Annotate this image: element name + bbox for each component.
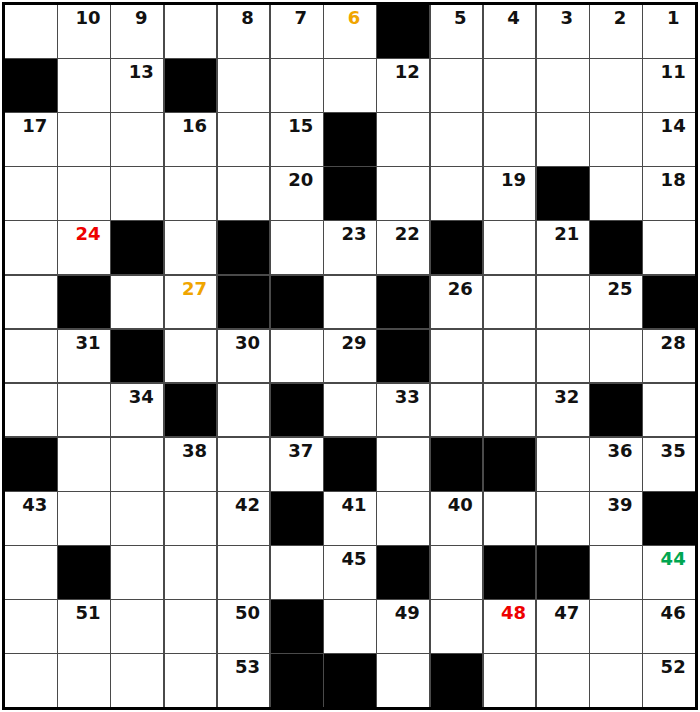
cell-r8c5[interactable]	[218, 384, 270, 437]
cell-r12c13[interactable]: 46	[643, 600, 695, 653]
clue-number-34: 34	[115, 386, 167, 407]
block-cell-r7c3	[111, 330, 163, 383]
clue-number-9: 9	[115, 7, 167, 28]
clue-number-18: 18	[647, 169, 699, 190]
cell-r9c13[interactable]: 35	[643, 438, 695, 491]
cell-r6c3[interactable]	[111, 276, 163, 329]
clue-number-12: 12	[381, 61, 433, 82]
clue-number-28: 28	[647, 332, 699, 353]
cell-r7c13[interactable]: 28	[643, 330, 695, 383]
cell-r2c5[interactable]	[218, 59, 270, 112]
block-cell-r12c6	[271, 600, 323, 653]
clue-number-27: 27	[169, 278, 221, 299]
cell-r4c3[interactable]	[111, 167, 163, 220]
cell-r3c9[interactable]	[431, 113, 483, 166]
cell-r6c7[interactable]	[324, 276, 376, 329]
clue-number-5: 5	[435, 7, 487, 28]
cell-r11c13[interactable]: 44	[643, 546, 695, 599]
cell-r1c5[interactable]: 8	[218, 5, 270, 58]
block-cell-r11c11	[537, 546, 589, 599]
cell-r5c7[interactable]: 23	[324, 221, 376, 274]
clue-number-23: 23	[328, 223, 380, 244]
cell-r13c13[interactable]: 52	[643, 654, 695, 707]
cell-r2c11[interactable]	[537, 59, 589, 112]
cell-r10c8[interactable]	[377, 492, 429, 545]
block-cell-r2c1	[5, 59, 57, 112]
block-cell-r6c2	[58, 276, 110, 329]
clue-number-30: 30	[222, 332, 274, 353]
cell-r9c2[interactable]	[58, 438, 110, 491]
clue-number-1: 1	[647, 7, 699, 28]
cell-r5c2[interactable]: 24	[58, 221, 110, 274]
cell-r7c5[interactable]: 30	[218, 330, 270, 383]
cell-r5c1[interactable]	[5, 221, 57, 274]
clue-number-49: 49	[381, 602, 433, 623]
cell-r5c4[interactable]	[165, 221, 217, 274]
cell-r5c8[interactable]: 22	[377, 221, 429, 274]
cell-r8c3[interactable]: 34	[111, 384, 163, 437]
clue-number-6: 6	[328, 7, 380, 28]
clue-number-3: 3	[541, 7, 593, 28]
cell-r7c6[interactable]	[271, 330, 323, 383]
cell-r4c4[interactable]	[165, 167, 217, 220]
cell-r11c6[interactable]	[271, 546, 323, 599]
clue-number-48: 48	[488, 602, 540, 623]
clue-number-10: 10	[62, 7, 114, 28]
block-cell-r2c4	[165, 59, 217, 112]
clue-number-47: 47	[541, 602, 593, 623]
block-cell-r13c6	[271, 654, 323, 707]
cell-r11c7[interactable]: 45	[324, 546, 376, 599]
cell-r9c11[interactable]	[537, 438, 589, 491]
cell-r7c1[interactable]	[5, 330, 57, 383]
cell-r12c8[interactable]: 49	[377, 600, 429, 653]
block-cell-r11c2	[58, 546, 110, 599]
clue-number-41: 41	[328, 494, 380, 515]
cell-r12c10[interactable]: 48	[484, 600, 536, 653]
cell-r12c1[interactable]	[5, 600, 57, 653]
clue-number-50: 50	[222, 602, 274, 623]
clue-number-13: 13	[115, 61, 167, 82]
block-cell-r8c4	[165, 384, 217, 437]
cell-r4c13[interactable]: 18	[643, 167, 695, 220]
cell-r2c8[interactable]: 12	[377, 59, 429, 112]
cell-r13c8[interactable]	[377, 654, 429, 707]
cell-r7c2[interactable]: 31	[58, 330, 110, 383]
block-cell-r6c5	[218, 276, 270, 329]
cell-r5c13[interactable]	[643, 221, 695, 274]
cell-r11c4[interactable]	[165, 546, 217, 599]
cell-r4c12[interactable]	[590, 167, 642, 220]
cell-r7c11[interactable]	[537, 330, 589, 383]
cell-r7c7[interactable]: 29	[324, 330, 376, 383]
block-cell-r5c5	[218, 221, 270, 274]
cell-r10c9[interactable]: 40	[431, 492, 483, 545]
cell-r4c2[interactable]	[58, 167, 110, 220]
block-cell-r3c7	[324, 113, 376, 166]
block-cell-r9c1	[5, 438, 57, 491]
clue-number-14: 14	[647, 115, 699, 136]
cell-r9c12[interactable]: 36	[590, 438, 642, 491]
cell-r3c13[interactable]: 14	[643, 113, 695, 166]
cell-r4c10[interactable]: 19	[484, 167, 536, 220]
cell-r6c11[interactable]	[537, 276, 589, 329]
cell-r2c12[interactable]	[590, 59, 642, 112]
clue-number-21: 21	[541, 223, 593, 244]
cell-r4c1[interactable]	[5, 167, 57, 220]
cell-r8c10[interactable]	[484, 384, 536, 437]
cell-r10c5[interactable]: 42	[218, 492, 270, 545]
block-cell-r13c9	[431, 654, 483, 707]
clue-number-11: 11	[647, 61, 699, 82]
cell-r13c11[interactable]	[537, 654, 589, 707]
clue-number-31: 31	[62, 332, 114, 353]
cell-r1c4[interactable]	[165, 5, 217, 58]
clue-number-33: 33	[381, 386, 433, 407]
clue-number-45: 45	[328, 548, 380, 569]
clue-number-25: 25	[594, 278, 646, 299]
cell-r11c5[interactable]	[218, 546, 270, 599]
clue-number-24: 24	[62, 223, 114, 244]
block-cell-r5c9	[431, 221, 483, 274]
block-cell-r5c12	[590, 221, 642, 274]
crossword-board: 1098765432113121117161514201918242322212…	[2, 2, 698, 710]
cell-r1c13[interactable]: 1	[643, 5, 695, 58]
cell-r8c11[interactable]: 32	[537, 384, 589, 437]
cell-r9c8[interactable]	[377, 438, 429, 491]
cell-r13c1[interactable]	[5, 654, 57, 707]
cell-r11c12[interactable]	[590, 546, 642, 599]
cell-r13c5[interactable]: 53	[218, 654, 270, 707]
cell-r8c1[interactable]	[5, 384, 57, 437]
clue-number-26: 26	[435, 278, 487, 299]
block-cell-r4c7	[324, 167, 376, 220]
cell-r6c10[interactable]	[484, 276, 536, 329]
clue-number-36: 36	[594, 440, 646, 461]
cell-r3c1[interactable]: 17	[5, 113, 57, 166]
cell-r3c6[interactable]: 15	[271, 113, 323, 166]
clue-number-51: 51	[62, 602, 114, 623]
cell-r12c9[interactable]	[431, 600, 483, 653]
cell-r10c12[interactable]: 39	[590, 492, 642, 545]
clue-number-46: 46	[647, 602, 699, 623]
block-cell-r9c10	[484, 438, 536, 491]
cell-r9c4[interactable]: 38	[165, 438, 217, 491]
cell-r10c11[interactable]	[537, 492, 589, 545]
cell-r10c7[interactable]: 41	[324, 492, 376, 545]
block-cell-r10c6	[271, 492, 323, 545]
clue-number-43: 43	[9, 494, 61, 515]
cell-r7c12[interactable]	[590, 330, 642, 383]
cell-r12c2[interactable]: 51	[58, 600, 110, 653]
cell-r10c10[interactable]	[484, 492, 536, 545]
block-cell-r6c8	[377, 276, 429, 329]
clue-number-44: 44	[647, 548, 699, 569]
cell-r11c9[interactable]	[431, 546, 483, 599]
cell-r3c3[interactable]	[111, 113, 163, 166]
cell-r4c5[interactable]	[218, 167, 270, 220]
cell-r4c6[interactable]: 20	[271, 167, 323, 220]
cell-r4c9[interactable]	[431, 167, 483, 220]
cell-r6c9[interactable]: 26	[431, 276, 483, 329]
cell-r5c11[interactable]: 21	[537, 221, 589, 274]
cell-r10c3[interactable]	[111, 492, 163, 545]
cell-r1c12[interactable]: 2	[590, 5, 642, 58]
clue-number-4: 4	[488, 7, 540, 28]
cell-r6c12[interactable]: 25	[590, 276, 642, 329]
clue-number-16: 16	[169, 115, 221, 136]
cell-r13c2[interactable]	[58, 654, 110, 707]
clue-number-8: 8	[222, 7, 274, 28]
cell-r11c1[interactable]	[5, 546, 57, 599]
cell-r10c4[interactable]	[165, 492, 217, 545]
block-cell-r10c13	[643, 492, 695, 545]
cell-r2c13[interactable]: 11	[643, 59, 695, 112]
cell-r5c6[interactable]	[271, 221, 323, 274]
clue-number-39: 39	[594, 494, 646, 515]
clue-number-15: 15	[275, 115, 327, 136]
block-cell-r9c7	[324, 438, 376, 491]
cell-r3c10[interactable]	[484, 113, 536, 166]
clue-number-29: 29	[328, 332, 380, 353]
block-cell-r4c11	[537, 167, 589, 220]
cell-r8c9[interactable]	[431, 384, 483, 437]
cell-r10c1[interactable]: 43	[5, 492, 57, 545]
cell-r13c10[interactable]	[484, 654, 536, 707]
cell-r6c1[interactable]	[5, 276, 57, 329]
cell-r13c4[interactable]	[165, 654, 217, 707]
cell-r1c2[interactable]: 10	[58, 5, 110, 58]
block-cell-r6c13	[643, 276, 695, 329]
clue-number-52: 52	[647, 656, 699, 677]
block-cell-r9c9	[431, 438, 483, 491]
block-cell-r11c10	[484, 546, 536, 599]
clue-number-17: 17	[9, 115, 61, 136]
clue-number-42: 42	[222, 494, 274, 515]
cell-r7c4[interactable]	[165, 330, 217, 383]
cell-r2c3[interactable]: 13	[111, 59, 163, 112]
cell-r11c3[interactable]	[111, 546, 163, 599]
cell-r6c4[interactable]: 27	[165, 276, 217, 329]
cell-r4c8[interactable]	[377, 167, 429, 220]
block-cell-r5c3	[111, 221, 163, 274]
cell-r7c10[interactable]	[484, 330, 536, 383]
cell-r12c11[interactable]: 47	[537, 600, 589, 653]
cell-r9c3[interactable]	[111, 438, 163, 491]
block-cell-r7c8	[377, 330, 429, 383]
cell-r9c6[interactable]: 37	[271, 438, 323, 491]
cell-r2c7[interactable]	[324, 59, 376, 112]
cell-r8c2[interactable]	[58, 384, 110, 437]
cell-r1c9[interactable]: 5	[431, 5, 483, 58]
cell-r2c9[interactable]	[431, 59, 483, 112]
block-cell-r6c6	[271, 276, 323, 329]
cell-r12c4[interactable]	[165, 600, 217, 653]
cell-r3c12[interactable]	[590, 113, 642, 166]
clue-number-22: 22	[381, 223, 433, 244]
cell-r3c5[interactable]	[218, 113, 270, 166]
cell-r5c10[interactable]	[484, 221, 536, 274]
cell-r1c7[interactable]: 6	[324, 5, 376, 58]
clue-number-19: 19	[488, 169, 540, 190]
clue-number-32: 32	[541, 386, 593, 407]
cell-r7c9[interactable]	[431, 330, 483, 383]
block-cell-r13c7	[324, 654, 376, 707]
cell-r12c7[interactable]	[324, 600, 376, 653]
cell-r13c3[interactable]	[111, 654, 163, 707]
cell-r1c11[interactable]: 3	[537, 5, 589, 58]
cell-r2c10[interactable]	[484, 59, 536, 112]
cell-r2c2[interactable]	[58, 59, 110, 112]
clue-number-7: 7	[275, 7, 327, 28]
cell-r12c5[interactable]: 50	[218, 600, 270, 653]
clue-number-37: 37	[275, 440, 327, 461]
clue-number-20: 20	[275, 169, 327, 190]
cell-r3c2[interactable]	[58, 113, 110, 166]
cell-r3c8[interactable]	[377, 113, 429, 166]
cell-r13c12[interactable]	[590, 654, 642, 707]
block-cell-r11c8	[377, 546, 429, 599]
cell-r8c13[interactable]	[643, 384, 695, 437]
block-cell-r1c8	[377, 5, 429, 58]
cell-r1c1[interactable]	[5, 5, 57, 58]
cell-r1c10[interactable]: 4	[484, 5, 536, 58]
clue-number-40: 40	[435, 494, 487, 515]
block-cell-r8c12	[590, 384, 642, 437]
cell-r1c3[interactable]: 9	[111, 5, 163, 58]
clue-number-2: 2	[594, 7, 646, 28]
cell-r12c3[interactable]	[111, 600, 163, 653]
cell-r9c5[interactable]	[218, 438, 270, 491]
block-cell-r8c6	[271, 384, 323, 437]
cell-r3c4[interactable]: 16	[165, 113, 217, 166]
clue-number-53: 53	[222, 656, 274, 677]
cell-r12c12[interactable]	[590, 600, 642, 653]
clue-number-35: 35	[647, 440, 699, 461]
cell-r3c11[interactable]	[537, 113, 589, 166]
clue-number-38: 38	[169, 440, 221, 461]
cell-r1c6[interactable]: 7	[271, 5, 323, 58]
cell-r8c7[interactable]	[324, 384, 376, 437]
cell-r2c6[interactable]	[271, 59, 323, 112]
cell-r8c8[interactable]: 33	[377, 384, 429, 437]
cell-r10c2[interactable]	[58, 492, 110, 545]
